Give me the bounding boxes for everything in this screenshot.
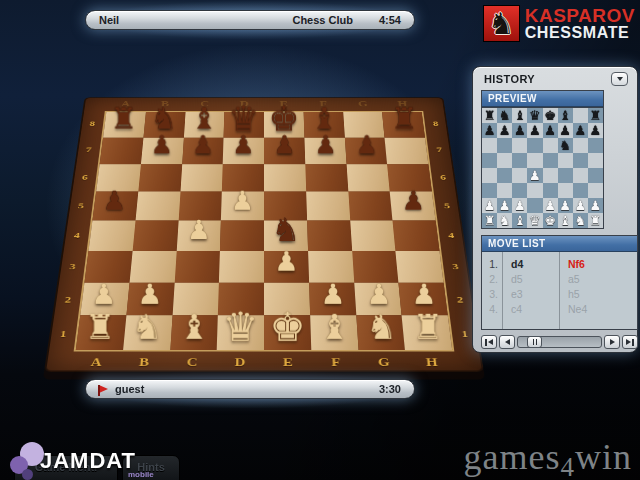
- square-a7: ♟: [482, 123, 497, 138]
- move-list-row[interactable]: 2.d5a5: [482, 271, 637, 286]
- player-time: 3:30: [379, 383, 401, 395]
- black-move[interactable]: a5: [559, 273, 637, 285]
- square-a4: [482, 168, 497, 183]
- player-clock-bar: guest 3:30: [85, 379, 415, 399]
- square-b7: ♟: [497, 123, 512, 138]
- white-knight: ♞: [573, 213, 588, 228]
- square-d1[interactable]: ♛: [217, 315, 264, 350]
- white-move[interactable]: c4: [502, 303, 559, 315]
- square-b1: ♞: [497, 213, 512, 228]
- square-a2: ♟: [482, 198, 497, 213]
- square-a7[interactable]: [100, 138, 144, 165]
- white-pawn[interactable]: ♟: [264, 240, 309, 283]
- flag-icon: [99, 385, 108, 393]
- black-pawn: ♟: [588, 123, 603, 138]
- square-c7: ♟: [512, 123, 527, 138]
- square-a3: [482, 183, 497, 198]
- square-h1: ♜: [588, 213, 603, 228]
- square-b3: [497, 183, 512, 198]
- white-move[interactable]: d4: [502, 258, 559, 270]
- black-rook: ♜: [482, 108, 497, 123]
- white-bishop[interactable]: ♝: [311, 305, 358, 350]
- black-pawn: ♟: [482, 123, 497, 138]
- square-h5[interactable]: ♟: [390, 192, 436, 221]
- history-title: HISTORY: [484, 73, 535, 85]
- square-f5: [558, 153, 573, 168]
- white-queen: ♛: [527, 213, 542, 228]
- black-knight: ♞: [558, 138, 573, 153]
- white-pawn: ♟: [543, 198, 558, 213]
- square-f3: [558, 183, 573, 198]
- black-pawn: ♟: [558, 123, 573, 138]
- history-nav: [481, 335, 638, 349]
- black-pawn[interactable]: ♟: [264, 125, 305, 164]
- black-pawn[interactable]: ♟: [141, 125, 182, 164]
- square-a1[interactable]: ♜: [76, 315, 126, 350]
- white-pawn: ♟: [512, 198, 527, 213]
- game-mode-label: Chess Club: [292, 14, 353, 26]
- history-slider[interactable]: [517, 336, 602, 348]
- white-rook: ♜: [482, 213, 497, 228]
- black-rook: ♜: [588, 108, 603, 123]
- square-d7[interactable]: ♟: [223, 138, 264, 165]
- square-g4: [573, 168, 588, 183]
- black-pawn[interactable]: ♟: [93, 180, 136, 221]
- square-c6: [512, 138, 527, 153]
- square-a5[interactable]: ♟: [92, 192, 138, 221]
- square-h1[interactable]: ♜: [402, 315, 452, 350]
- square-e5: [543, 153, 558, 168]
- square-h5: [588, 153, 603, 168]
- black-pawn[interactable]: ♟: [392, 180, 435, 221]
- white-pawn: ♟: [482, 198, 497, 213]
- square-c8: ♝: [512, 108, 527, 123]
- square-f6: ♞: [558, 138, 573, 153]
- move-list-header: MOVE LIST: [482, 236, 637, 252]
- coord-label: 8: [426, 111, 446, 137]
- black-pawn: ♟: [543, 123, 558, 138]
- white-knight[interactable]: ♞: [358, 305, 405, 350]
- black-queen: ♛: [527, 108, 542, 123]
- chevron-down-icon: [617, 77, 623, 81]
- square-d6: [527, 138, 542, 153]
- square-d2: [527, 198, 542, 213]
- black-pawn: ♟: [527, 123, 542, 138]
- opponent-name: Neil: [99, 14, 119, 26]
- black-king: ♚: [543, 108, 558, 123]
- square-g2: ♟: [573, 198, 588, 213]
- coord-label: 7: [78, 137, 99, 164]
- black-move[interactable]: Nf6: [559, 258, 637, 270]
- black-bishop: ♝: [512, 108, 527, 123]
- knight-logo-icon: ♞: [483, 5, 520, 42]
- opponent-clock-bar: Neil Chess Club 4:54: [85, 10, 415, 30]
- square-h8: ♜: [588, 108, 603, 123]
- square-a8[interactable]: ♜: [103, 112, 146, 137]
- white-rook[interactable]: ♜: [76, 305, 123, 350]
- square-e2: ♟: [543, 198, 558, 213]
- white-queen[interactable]: ♛: [217, 305, 264, 350]
- black-pawn[interactable]: ♟: [305, 125, 346, 164]
- white-pawn: ♟: [573, 198, 588, 213]
- white-bishop: ♝: [512, 213, 527, 228]
- square-c1[interactable]: ♝: [170, 315, 218, 350]
- square-f1[interactable]: ♝: [310, 315, 358, 350]
- move-number[interactable]: 3.: [482, 288, 502, 300]
- square-h4: [588, 168, 603, 183]
- square-c1: ♝: [512, 213, 527, 228]
- square-f8: ♝: [558, 108, 573, 123]
- square-e6: [543, 138, 558, 153]
- move-list-row[interactable]: 4.c4Ne4: [482, 301, 637, 316]
- square-a8: ♜: [482, 108, 497, 123]
- square-g6: [573, 138, 588, 153]
- square-c5: [512, 153, 527, 168]
- move-number[interactable]: 1.: [482, 258, 502, 270]
- chess-board-3d: ABCDEFGH ABCDEFGH 87654321 87654321 ♜♞♝♛…: [44, 97, 484, 372]
- jamdat-mobile-label: mobile: [128, 470, 154, 479]
- logo-line2: CHESSMATE: [525, 25, 635, 41]
- square-b7[interactable]: ♟: [141, 138, 184, 165]
- square-c7[interactable]: ♟: [182, 138, 224, 165]
- square-e7: ♟: [543, 123, 558, 138]
- white-knight[interactable]: ♞: [123, 305, 170, 350]
- collapse-panel-button[interactable]: [611, 72, 628, 86]
- white-move[interactable]: e3: [502, 288, 559, 300]
- white-move[interactable]: d5: [502, 273, 559, 285]
- square-d8: ♛: [527, 108, 542, 123]
- kasparov-chessmate-logo: ♞ KASPAROV CHESSMATE: [483, 5, 635, 42]
- white-pawn[interactable]: ♟: [221, 180, 264, 221]
- opponent-time: 4:54: [379, 14, 401, 26]
- jamdat-wordmark: JAMDAT: [40, 448, 136, 474]
- move-list-row[interactable]: 1.d4Nf6: [482, 256, 637, 271]
- white-pawn: ♟: [527, 168, 542, 183]
- square-b5[interactable]: [135, 192, 180, 221]
- white-pawn[interactable]: ♟: [177, 209, 221, 251]
- square-b6: [497, 138, 512, 153]
- square-g1: ♞: [573, 213, 588, 228]
- black-pawn: ♟: [573, 123, 588, 138]
- square-h2: ♟: [588, 198, 603, 213]
- square-a6: [482, 138, 497, 153]
- square-e3: [543, 183, 558, 198]
- white-pawn: ♟: [588, 198, 603, 213]
- white-king[interactable]: ♚: [264, 305, 311, 350]
- square-b5: [497, 153, 512, 168]
- square-d5: [527, 153, 542, 168]
- jamdat-logo: JAMDAT mobile: [6, 440, 206, 480]
- logo-line1: KASPAROV: [525, 6, 635, 25]
- square-g8: [573, 108, 588, 123]
- move-number[interactable]: 4.: [482, 303, 502, 315]
- square-f1: ♝: [558, 213, 573, 228]
- square-b1[interactable]: ♞: [123, 315, 172, 350]
- square-e7[interactable]: ♟: [264, 138, 305, 165]
- white-bishop[interactable]: ♝: [170, 305, 217, 350]
- skip-to-start-button[interactable]: [481, 335, 497, 349]
- skip-to-end-button[interactable]: [622, 335, 638, 349]
- player-name: guest: [115, 383, 144, 395]
- square-f7: ♟: [558, 123, 573, 138]
- square-a5: [482, 153, 497, 168]
- square-e1: ♚: [543, 213, 558, 228]
- square-g5: [573, 153, 588, 168]
- white-pawn: ♟: [558, 198, 573, 213]
- black-pawn[interactable]: ♟: [346, 125, 387, 164]
- black-bishop: ♝: [558, 108, 573, 123]
- square-e1[interactable]: ♚: [264, 315, 311, 350]
- square-e3[interactable]: ♟: [264, 251, 309, 283]
- square-f2: ♟: [558, 198, 573, 213]
- square-g3: [573, 183, 588, 198]
- white-king: ♚: [543, 213, 558, 228]
- move-list-section: MOVE LIST 1.d4Nf62.d5a53.e3h54.c4Ne4: [481, 235, 638, 330]
- step-back-button[interactable]: [499, 335, 515, 349]
- black-move[interactable]: Ne4: [559, 303, 637, 315]
- white-pawn: ♟: [497, 198, 512, 213]
- move-list: 1.d4Nf62.d5a53.e3h54.c4Ne4: [482, 252, 637, 329]
- square-g5[interactable]: [348, 192, 393, 221]
- white-rook[interactable]: ♜: [405, 305, 452, 350]
- square-d4: ♟: [527, 168, 542, 183]
- square-g7: ♟: [573, 123, 588, 138]
- black-pawn[interactable]: ♟: [223, 125, 264, 164]
- preview-header: PREVIEW: [482, 91, 603, 107]
- black-rook[interactable]: ♜: [384, 100, 424, 139]
- white-bishop: ♝: [558, 213, 573, 228]
- black-pawn[interactable]: ♟: [182, 125, 223, 164]
- square-e4: [543, 168, 558, 183]
- square-h6: [588, 138, 603, 153]
- square-h7[interactable]: [385, 138, 429, 165]
- square-b4: [497, 168, 512, 183]
- square-g7[interactable]: ♟: [344, 138, 387, 165]
- square-d1: ♛: [527, 213, 542, 228]
- black-knight: ♞: [497, 108, 512, 123]
- square-f4: [558, 168, 573, 183]
- board-squares: ♜♞♝♛♚♝♜♟♟♟♟♟♟♟♟♟♟♞♟♟♟♟♟♟♜♞♝♛♚♝♞♜: [74, 111, 455, 352]
- square-a1: ♜: [482, 213, 497, 228]
- preview-board: ♜♞♝♛♚♝♜♟♟♟♟♟♟♟♟♞♟♟♟♟♟♟♟♟♜♞♝♛♚♝♞♜: [482, 107, 603, 228]
- preview-section: PREVIEW ♜♞♝♛♚♝♜♟♟♟♟♟♟♟♟♞♟♟♟♟♟♟♟♟♜♞♝♛♚♝♞♜: [481, 90, 604, 229]
- black-pawn: ♟: [497, 123, 512, 138]
- step-forward-button[interactable]: [604, 335, 620, 349]
- coord-label: G: [343, 100, 383, 109]
- white-knight: ♞: [497, 213, 512, 228]
- move-number[interactable]: 2.: [482, 273, 502, 285]
- square-c2: ♟: [512, 198, 527, 213]
- square-f7[interactable]: ♟: [304, 138, 346, 165]
- games4win-watermark: games4win: [464, 436, 632, 478]
- square-h3: [588, 183, 603, 198]
- square-b2: ♟: [497, 198, 512, 213]
- square-e8: ♚: [543, 108, 558, 123]
- square-d5[interactable]: ♟: [221, 192, 264, 221]
- coord-label: 5: [70, 191, 92, 220]
- move-list-row[interactable]: 3.e3h5: [482, 286, 637, 301]
- black-move[interactable]: h5: [559, 288, 637, 300]
- square-d3: [527, 183, 542, 198]
- app-window: ABCDEFGH ABCDEFGH 87654321 87654321 ♜♞♝♛…: [0, 0, 640, 480]
- square-d7: ♟: [527, 123, 542, 138]
- white-rook: ♜: [588, 213, 603, 228]
- square-g1[interactable]: ♞: [356, 315, 405, 350]
- square-c4: [512, 168, 527, 183]
- history-panel: HISTORY PREVIEW ♜♞♝♛♚♝♜♟♟♟♟♟♟♟♟♞♟♟♟♟♟♟♟♟…: [472, 66, 638, 353]
- coord-label: 8: [82, 111, 102, 137]
- history-slider-thumb[interactable]: [527, 336, 542, 348]
- square-b8: ♞: [497, 108, 512, 123]
- black-rook[interactable]: ♜: [104, 100, 144, 139]
- square-c3: [512, 183, 527, 198]
- square-h8[interactable]: ♜: [382, 112, 425, 137]
- square-f5[interactable]: [306, 192, 350, 221]
- black-pawn: ♟: [512, 123, 527, 138]
- square-h7: ♟: [588, 123, 603, 138]
- jamdat-circle-icon: [22, 469, 33, 480]
